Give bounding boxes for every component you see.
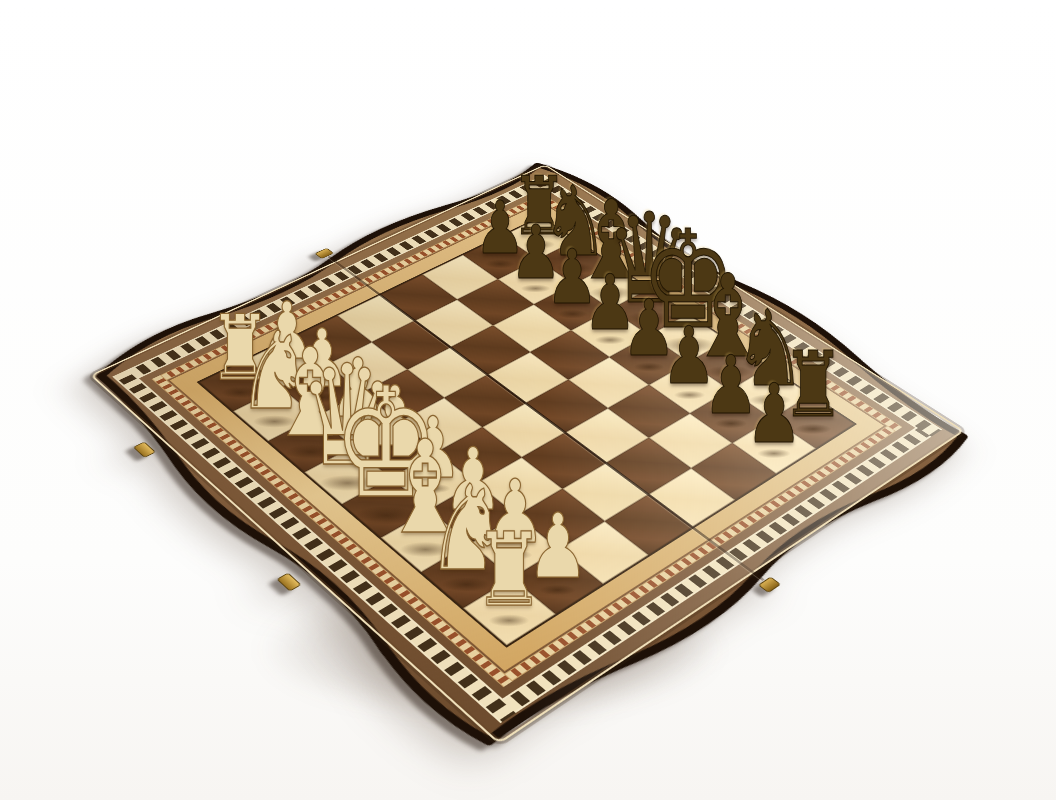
piece-black-pawn[interactable]: ♟ xyxy=(745,373,802,455)
chess-set-photo: ♜♞♝♛♚♝♞♜♟♟♟♟♟♟♟♟♟♟♟♟♟♟♟♟♜♞♝♛♚♝♞♜ xyxy=(0,0,1056,800)
piece-white-rook[interactable]: ♜ xyxy=(474,521,545,623)
